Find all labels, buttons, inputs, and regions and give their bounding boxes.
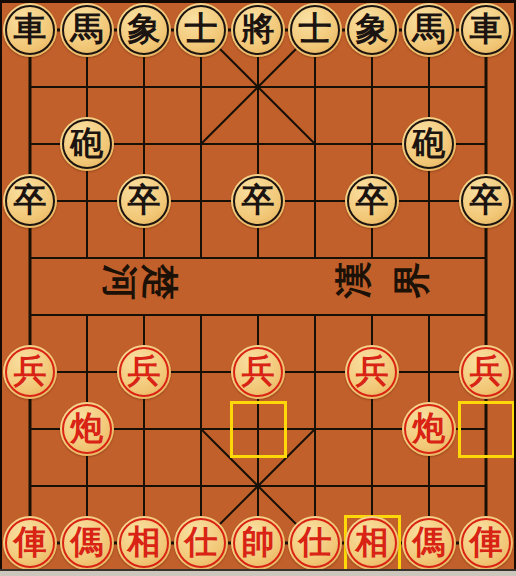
piece-red-soldier-g4[interactable]: 兵: [345, 345, 399, 399]
piece-glyph: 卒: [242, 184, 275, 219]
piece-glyph: 馬: [413, 13, 446, 48]
window-edge-bottom: [0, 569, 516, 576]
xiangqi-board: 河 楚 漢 界 相車馬象士將士象馬車砲砲卒卒卒卒卒兵兵兵兵兵炮炮俥傌相仕帥仕傌俥: [0, 0, 516, 576]
piece-glyph: 卒: [14, 184, 47, 219]
piece-glyph: 卒: [128, 184, 161, 219]
piece-glyph: 將: [242, 13, 275, 48]
move-target-highlight-e3[interactable]: [230, 401, 287, 458]
piece-red-cannon-b3[interactable]: 炮: [60, 402, 114, 456]
piece-red-soldier-i4[interactable]: 兵: [459, 345, 513, 399]
board-point[interactable]: [230, 401, 287, 458]
piece-grid: 相車馬象士將士象馬車砲砲卒卒卒卒卒兵兵兵兵兵炮炮俥傌相仕帥仕傌俥: [2, 2, 515, 572]
piece-black-chariot-a10[interactable]: 車: [3, 3, 57, 57]
board-point[interactable]: 馬: [401, 2, 458, 59]
board-point[interactable]: 卒: [344, 173, 401, 230]
board-point[interactable]: 卒: [116, 173, 173, 230]
piece-glyph: 俥: [470, 526, 503, 561]
piece-black-horse-h10[interactable]: 馬: [402, 3, 456, 57]
piece-red-elephant-g1[interactable]: 相: [345, 516, 399, 570]
piece-black-chariot-i10[interactable]: 車: [459, 3, 513, 57]
board-point[interactable]: 相: [116, 515, 173, 572]
board-point[interactable]: 砲: [59, 116, 116, 173]
piece-black-cannon-b8[interactable]: 砲: [60, 117, 114, 171]
piece-glyph: 相: [128, 526, 161, 561]
board-point[interactable]: 兵: [344, 344, 401, 401]
window-edge-left: [0, 0, 2, 570]
piece-black-advisor-d10[interactable]: 士: [174, 3, 228, 57]
piece-black-soldier-g7[interactable]: 卒: [345, 174, 399, 228]
piece-black-soldier-i7[interactable]: 卒: [459, 174, 513, 228]
piece-glyph: 卒: [470, 184, 503, 219]
piece-glyph: 兵: [470, 355, 503, 390]
piece-glyph: 馬: [71, 13, 104, 48]
piece-glyph: 兵: [14, 355, 47, 390]
piece-red-advisor-d1[interactable]: 仕: [174, 516, 228, 570]
board-point[interactable]: 傌: [401, 515, 458, 572]
board-point[interactable]: 帥: [230, 515, 287, 572]
piece-glyph: 兵: [128, 355, 161, 390]
piece-glyph: 砲: [413, 127, 446, 162]
piece-black-horse-b10[interactable]: 馬: [60, 3, 114, 57]
piece-black-soldier-c7[interactable]: 卒: [117, 174, 171, 228]
piece-red-elephant-c1[interactable]: 相: [117, 516, 171, 570]
piece-red-advisor-f1[interactable]: 仕: [288, 516, 342, 570]
piece-red-cannon-h3[interactable]: 炮: [402, 402, 456, 456]
board-point[interactable]: 炮: [401, 401, 458, 458]
piece-glyph: 仕: [185, 526, 218, 561]
piece-glyph: 士: [185, 13, 218, 48]
piece-glyph: 砲: [71, 127, 104, 162]
piece-glyph: 兵: [242, 355, 275, 390]
piece-black-elephant-c10[interactable]: 象: [117, 3, 171, 57]
piece-red-soldier-e4[interactable]: 兵: [231, 345, 285, 399]
piece-red-chariot-i1[interactable]: 俥: [459, 516, 513, 570]
piece-black-soldier-a7[interactable]: 卒: [3, 174, 57, 228]
board-point[interactable]: [458, 401, 515, 458]
board-point[interactable]: 兵: [230, 344, 287, 401]
piece-glyph: 卒: [356, 184, 389, 219]
piece-glyph: 車: [14, 13, 47, 48]
piece-glyph: 相: [356, 526, 389, 561]
piece-red-general-e1[interactable]: 帥: [231, 516, 285, 570]
piece-glyph: 帥: [242, 526, 275, 561]
piece-glyph: 象: [128, 13, 161, 48]
piece-red-soldier-c4[interactable]: 兵: [117, 345, 171, 399]
piece-glyph: 仕: [299, 526, 332, 561]
board-point[interactable]: 士: [287, 2, 344, 59]
piece-glyph: 炮: [71, 412, 104, 447]
piece-glyph: 士: [299, 13, 332, 48]
board-point[interactable]: 車: [2, 2, 59, 59]
piece-red-chariot-a1[interactable]: 俥: [3, 516, 57, 570]
piece-black-general-e10[interactable]: 將: [231, 3, 285, 57]
board-point[interactable]: 砲: [401, 116, 458, 173]
board-point[interactable]: 仕: [173, 515, 230, 572]
board-point[interactable]: 馬: [59, 2, 116, 59]
board-point[interactable]: 俥: [2, 515, 59, 572]
piece-red-horse-b1[interactable]: 傌: [60, 516, 114, 570]
piece-glyph: 車: [470, 13, 503, 48]
piece-glyph: 炮: [413, 412, 446, 447]
board-point[interactable]: 象: [344, 2, 401, 59]
piece-black-elephant-g10[interactable]: 象: [345, 3, 399, 57]
piece-red-soldier-a4[interactable]: 兵: [3, 345, 57, 399]
board-point[interactable]: 象: [116, 2, 173, 59]
board-point[interactable]: 卒: [230, 173, 287, 230]
board-point[interactable]: 士: [173, 2, 230, 59]
move-target-highlight-i3[interactable]: [458, 401, 515, 458]
piece-black-advisor-f10[interactable]: 士: [288, 3, 342, 57]
board-point[interactable]: 兵: [116, 344, 173, 401]
board-point[interactable]: 兵: [458, 344, 515, 401]
piece-black-soldier-e7[interactable]: 卒: [231, 174, 285, 228]
piece-black-cannon-h8[interactable]: 砲: [402, 117, 456, 171]
board-point[interactable]: 相: [344, 515, 401, 572]
piece-red-horse-h1[interactable]: 傌: [402, 516, 456, 570]
board-point[interactable]: 將: [230, 2, 287, 59]
board-point[interactable]: 車: [458, 2, 515, 59]
window-edge-top: [0, 0, 516, 3]
board-point[interactable]: 俥: [458, 515, 515, 572]
board-point[interactable]: 傌: [59, 515, 116, 572]
board-point[interactable]: 卒: [2, 173, 59, 230]
board-point[interactable]: 炮: [59, 401, 116, 458]
piece-glyph: 象: [356, 13, 389, 48]
board-point[interactable]: 卒: [458, 173, 515, 230]
piece-glyph: 傌: [413, 526, 446, 561]
piece-glyph: 傌: [71, 526, 104, 561]
piece-glyph: 俥: [14, 526, 47, 561]
piece-glyph: 兵: [356, 355, 389, 390]
board-point[interactable]: 仕: [287, 515, 344, 572]
board-point[interactable]: 兵: [2, 344, 59, 401]
